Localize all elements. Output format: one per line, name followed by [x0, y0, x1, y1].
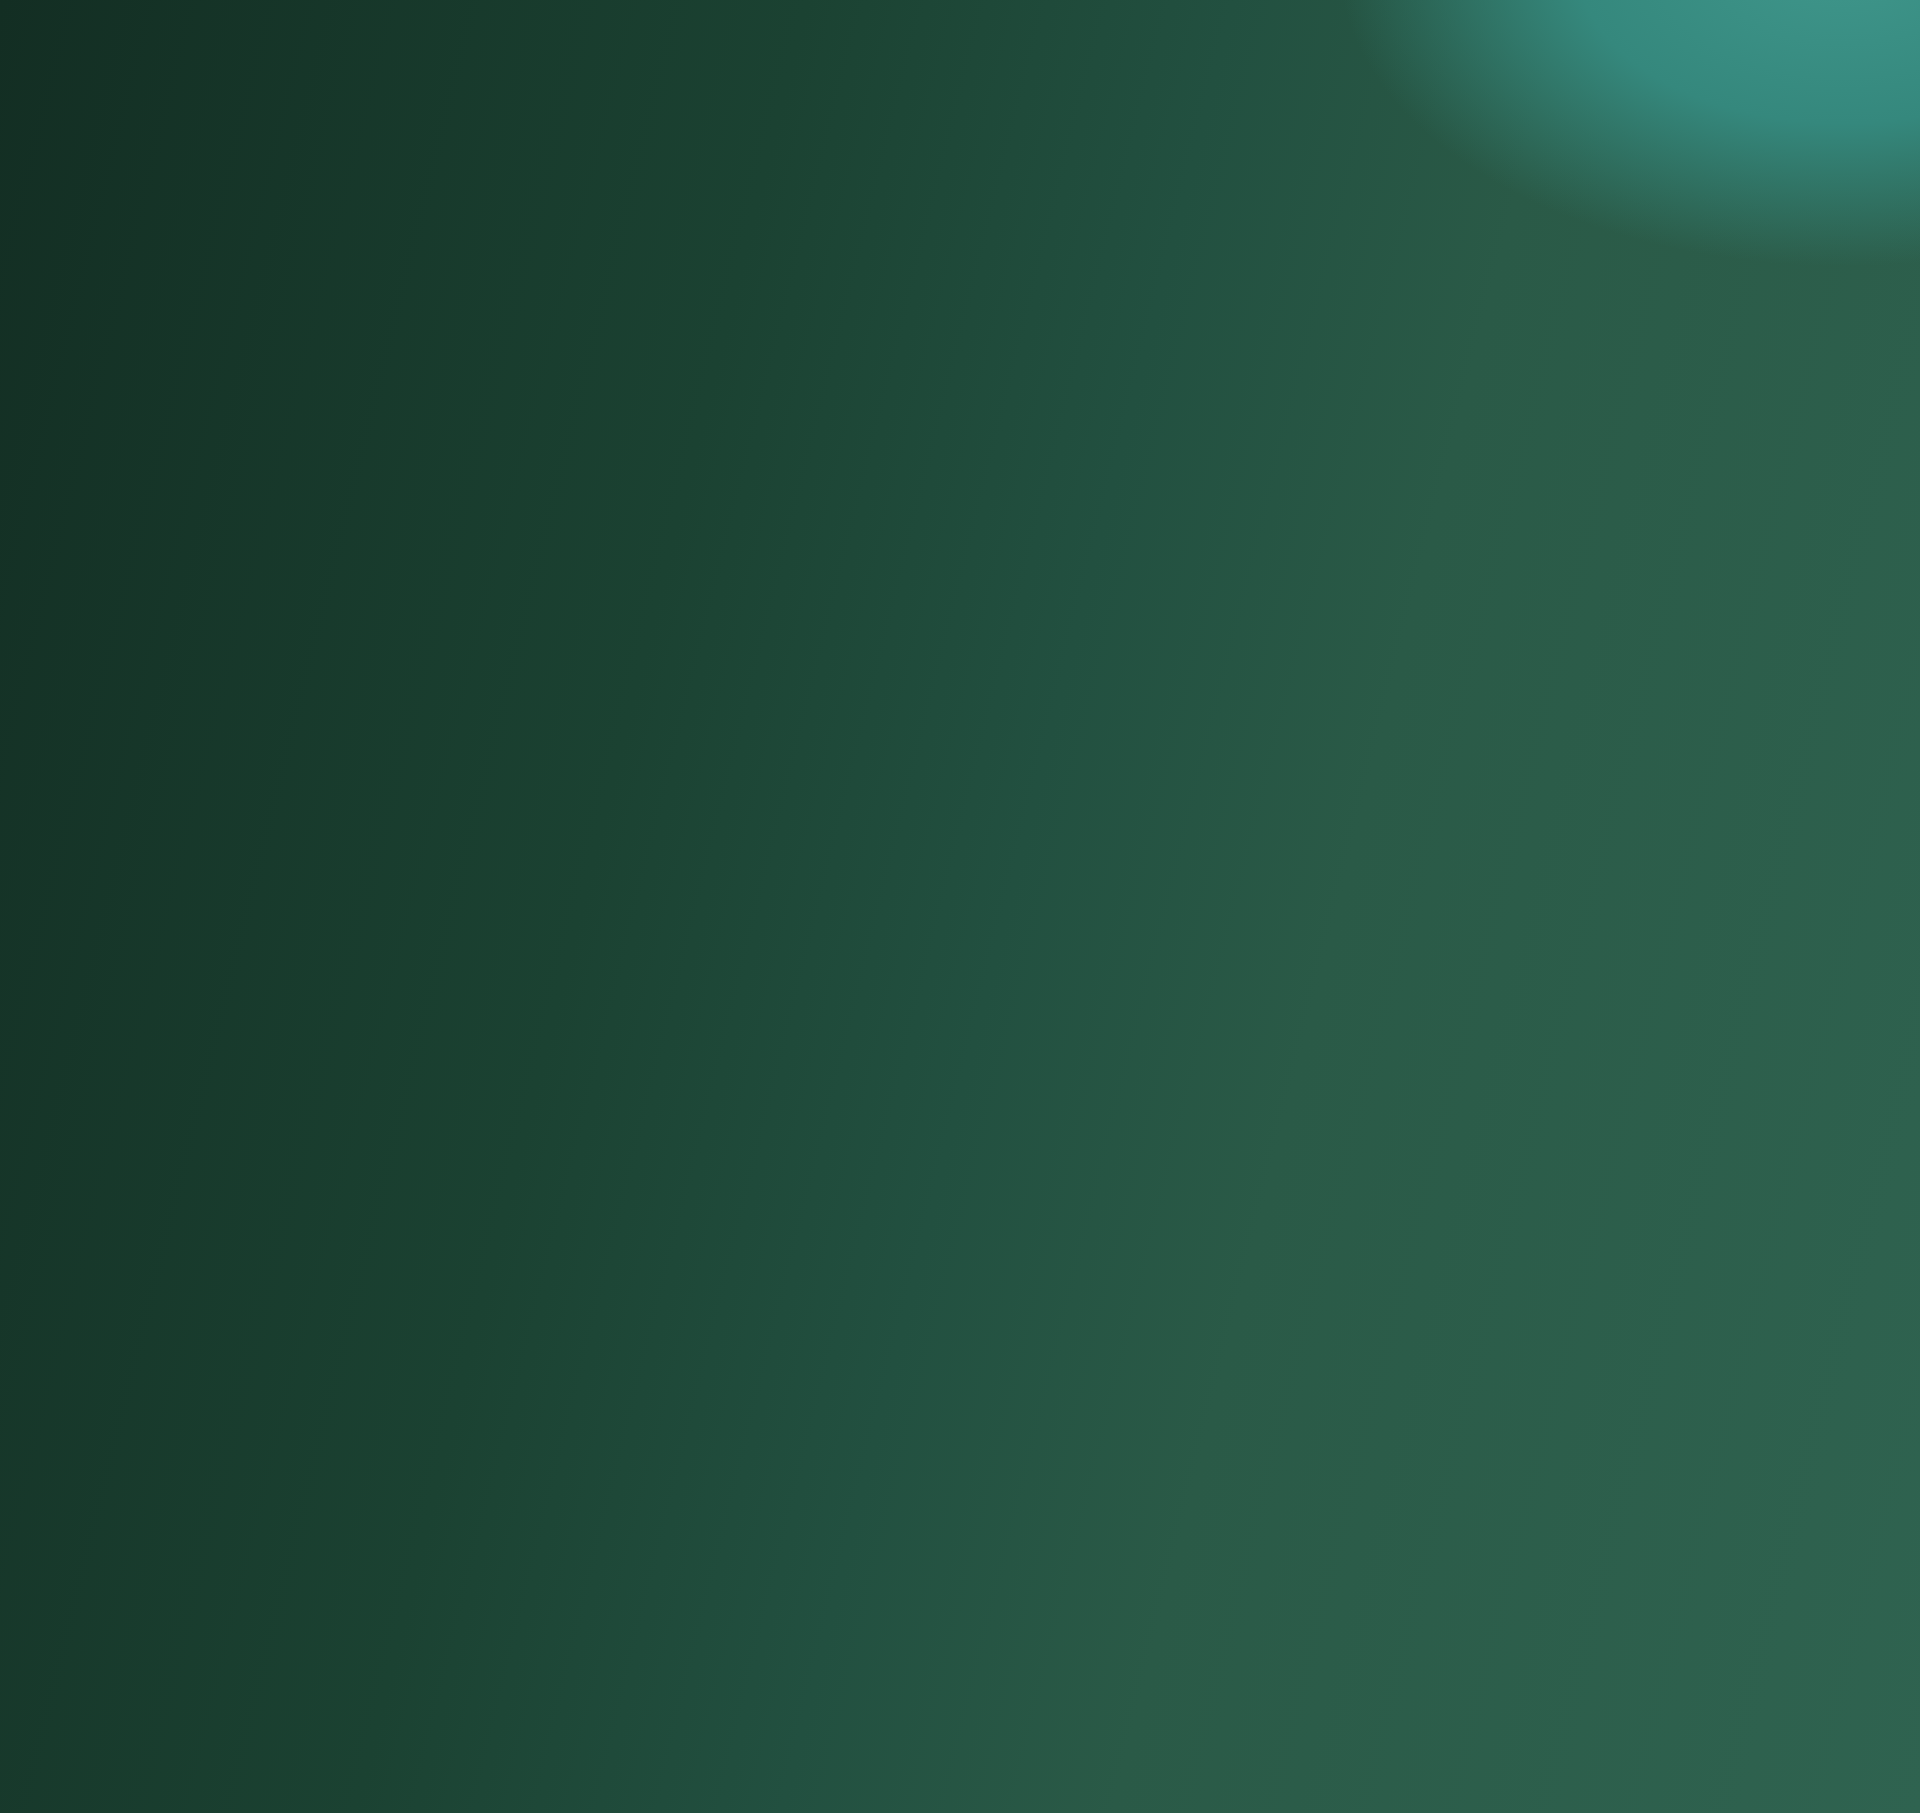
board-outer-edge	[0, 0, 1920, 1245]
chess-board-plane	[0, 0, 1920, 1245]
chess-set-photo	[0, 0, 1920, 1813]
